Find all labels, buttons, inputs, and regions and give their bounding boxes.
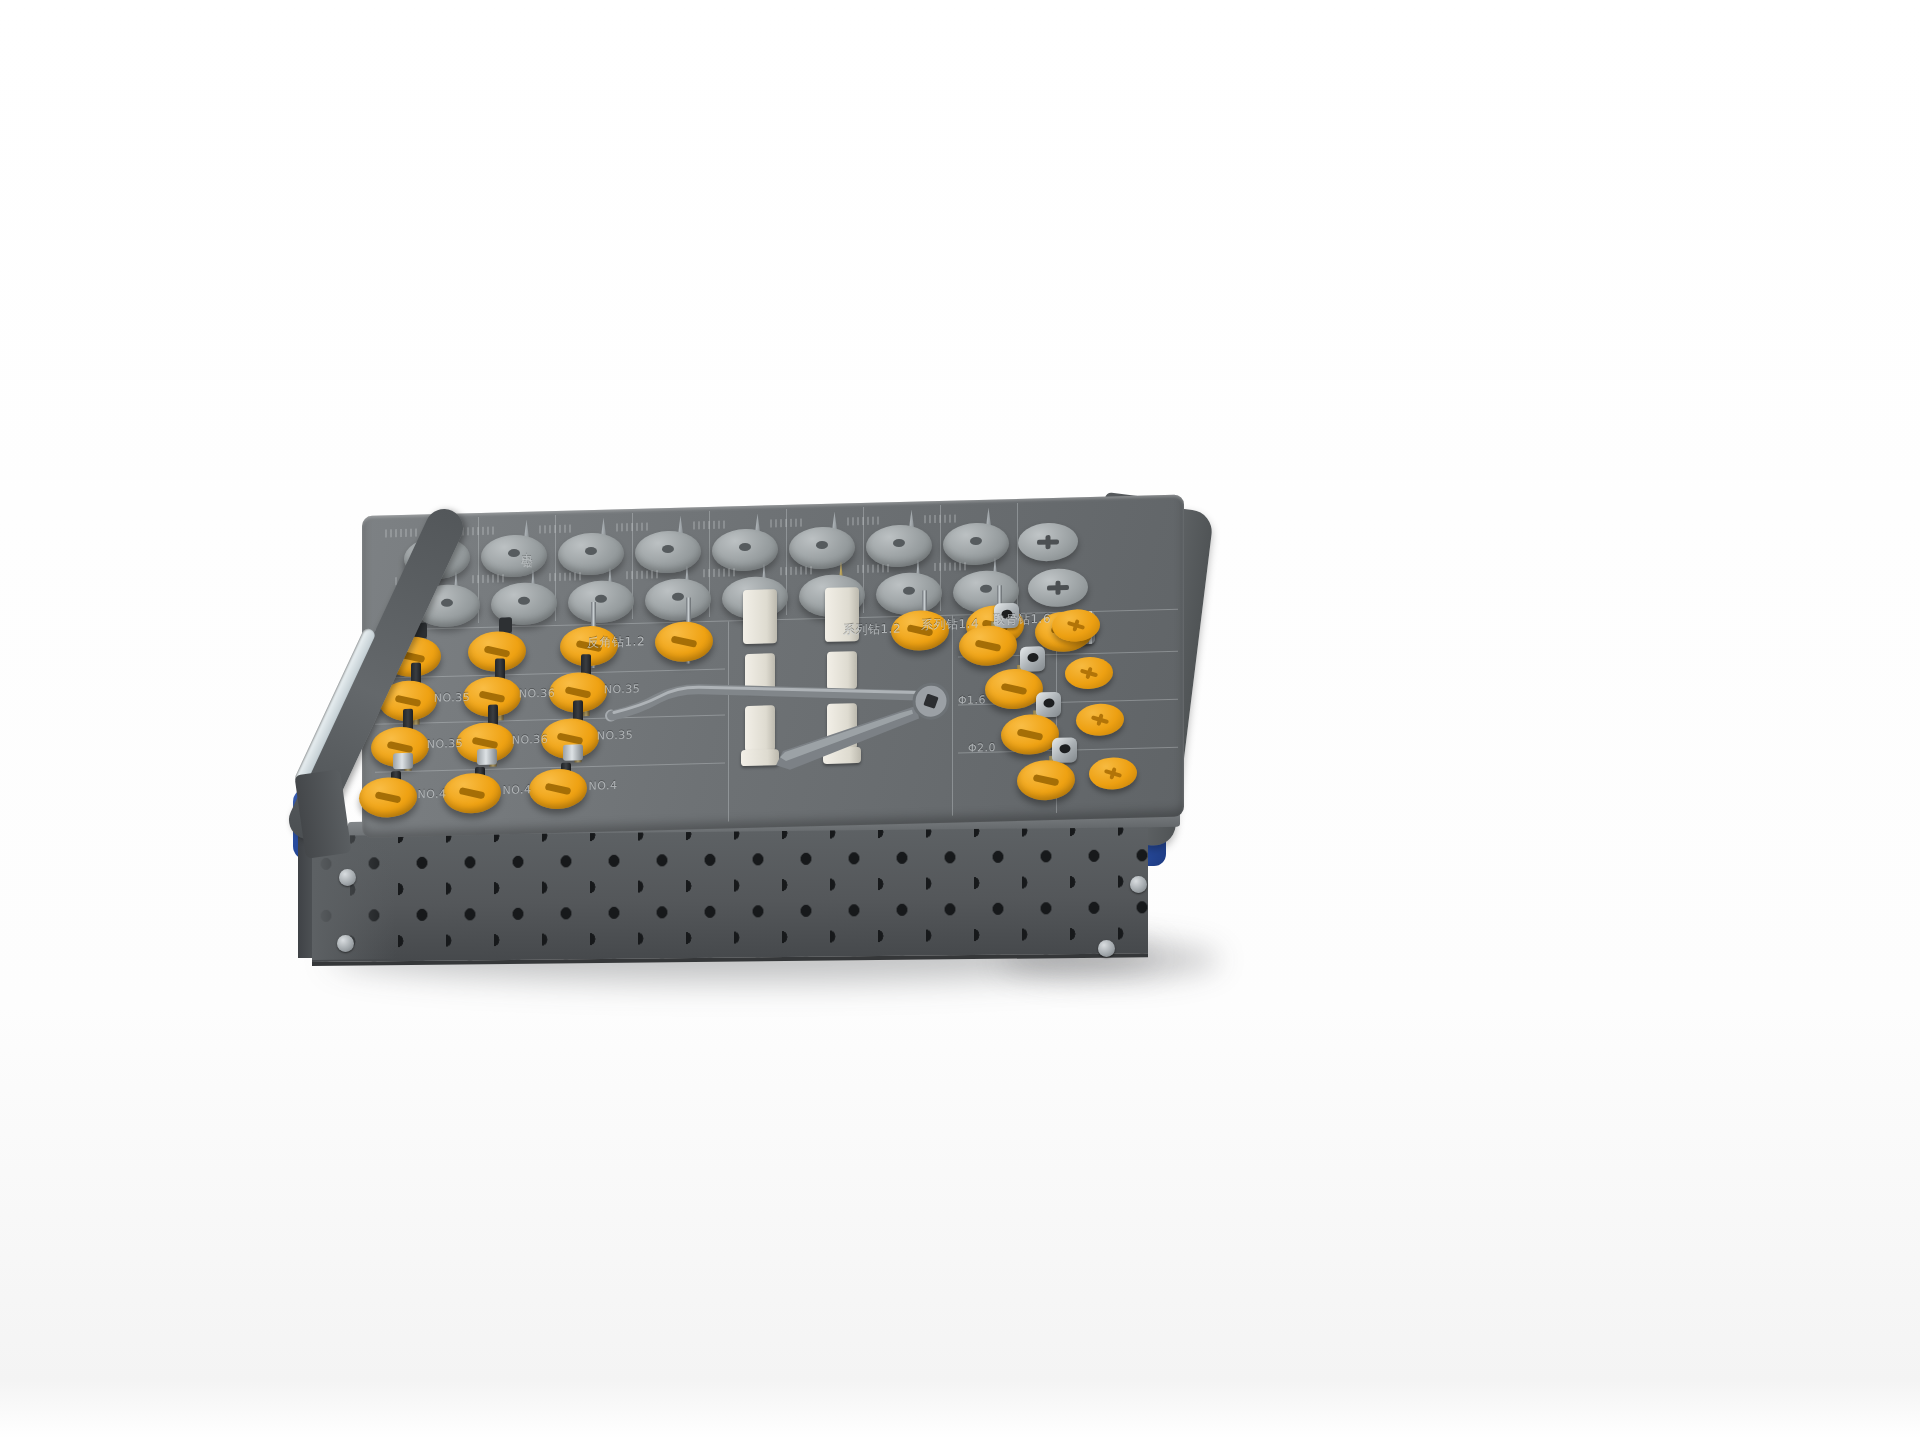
hand-instruments <box>0 0 1920 1438</box>
product-photo-scene: 反角钻1.2系列钻1.2系列钻1.4取骨钻1.6NO.35NO.36NO.35N… <box>0 0 1920 1438</box>
ratchet-handle-highlight <box>780 710 913 761</box>
instrument-tray-group: 反角钻1.2系列钻1.2系列钻1.4取骨钻1.6NO.35NO.36NO.35N… <box>0 0 1920 1438</box>
